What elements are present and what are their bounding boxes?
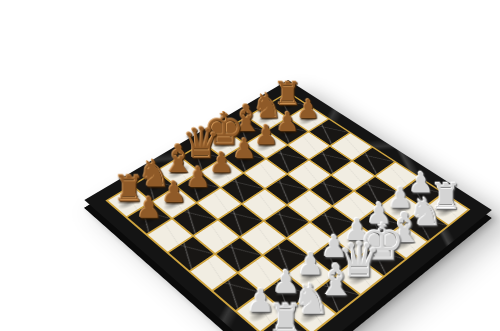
product-photo: { "game": "chess", "scene_type": "produc… [0,0,500,331]
chess-board: ♜♞♝♛♚♝♞♜♟♟♟♟♟♟♟♟♟♟♟♟♟♟♟♟♜♞♝♛♚♝♞♜ [84,80,491,331]
silver-rook-a1: ♜ [254,299,318,331]
square-a1: ♜ [262,314,310,331]
board-frame: ♜♞♝♛♚♝♞♜♟♟♟♟♟♟♟♟♟♟♟♟♟♟♟♟♜♞♝♛♚♝♞♜ [84,80,491,331]
board-grid: ♜♞♝♛♚♝♞♜♟♟♟♟♟♟♟♟♟♟♟♟♟♟♟♟♜♞♝♛♚♝♞♜ [105,91,470,331]
scene: ♜♞♝♛♚♝♞♜♟♟♟♟♟♟♟♟♟♟♟♟♟♟♟♟♜♞♝♛♚♝♞♜ [0,0,500,331]
